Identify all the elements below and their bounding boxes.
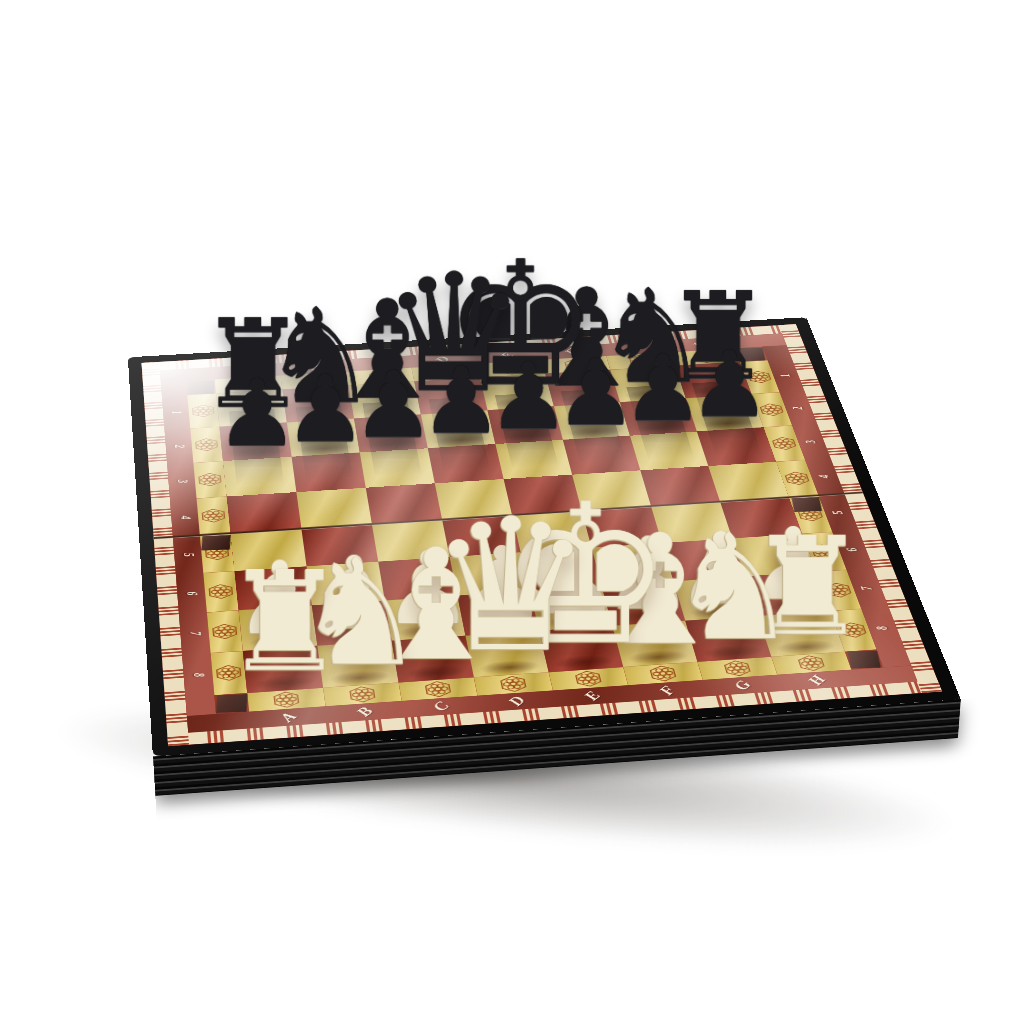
border-corner-inlay [214, 693, 249, 714]
hex-rosette-left [193, 461, 226, 498]
square-h6[interactable] [697, 427, 776, 466]
rank-label-right-1: 1 [772, 369, 799, 383]
square-a5[interactable] [227, 492, 302, 533]
square-b5[interactable] [296, 488, 371, 529]
square-d6[interactable] [428, 444, 504, 483]
square-h5[interactable] [708, 462, 789, 502]
square-c6[interactable] [360, 448, 435, 487]
squares-grid: ♜♞♝♛♚♝♞♜♟♟♟♟♟♟♟♟♟♟♟♟♟♟♟♟♜♞♝♛♚♝♞♜ [216, 362, 845, 693]
scene: AABBCCDDEEFFGGHH1122334455667788♜♞♝♛♚♝♞♜… [0, 0, 1024, 1024]
white-rook[interactable]: ♜ [223, 558, 346, 688]
square-a6[interactable] [223, 457, 296, 497]
product-photo-stage: AABBCCDDEEFFGGHH1122334455667788♜♞♝♛♚♝♞♜… [0, 0, 1024, 1024]
chess-board: AABBCCDDEEFFGGHH1122334455667788♜♞♝♛♚♝♞♜… [128, 317, 961, 756]
square-b6[interactable] [292, 453, 366, 493]
square-a7[interactable]: ♟ [219, 423, 291, 461]
hex-rosette-left [197, 497, 231, 536]
board-printed-surface: AABBCCDDEEFFGGHH1122334455667788♜♞♝♛♚♝♞♜… [142, 324, 943, 746]
square-a1[interactable]: ♜ [243, 646, 323, 693]
rank-label-right-3: 3 [797, 435, 825, 449]
file-label-near-f: F [645, 677, 691, 705]
black-pawn[interactable]: ♟ [216, 369, 299, 457]
